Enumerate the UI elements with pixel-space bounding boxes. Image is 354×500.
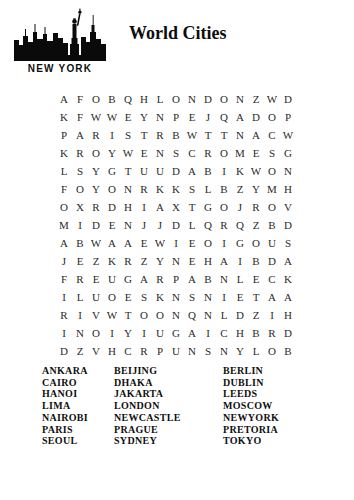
grid-cell-r14c1[interactable]: I: [56, 324, 72, 342]
grid-cell-r14c15[interactable]: D: [280, 324, 296, 342]
page-title: World Cities: [129, 23, 249, 44]
grid-cell-r14c5[interactable]: Y: [120, 324, 136, 342]
word-hanoi: HANOI: [42, 388, 88, 400]
grid-cell-r3c11[interactable]: T: [216, 126, 232, 144]
grid-cell-r10c12[interactable]: I: [232, 252, 248, 270]
word-ankara: ANKARA: [42, 365, 88, 377]
grid-cell-r8c3[interactable]: D: [88, 216, 104, 234]
grid-cell-r8c10[interactable]: Q: [200, 216, 216, 234]
grid-cell-r7c11[interactable]: O: [216, 198, 232, 216]
grid-cell-r10c6[interactable]: Z: [136, 252, 152, 270]
grid-cell-r6c2[interactable]: O: [72, 180, 88, 198]
grid-cell-r7c1[interactable]: O: [56, 198, 72, 216]
word-newcastle: NEWCASTLE: [114, 412, 181, 424]
grid-cell-r10c9[interactable]: E: [184, 252, 200, 270]
grid-cell-r14c8[interactable]: G: [168, 324, 184, 342]
grid-cell-r10c1[interactable]: J: [56, 252, 72, 270]
grid-cell-r10c13[interactable]: B: [248, 252, 264, 270]
grid-cell-r13c4[interactable]: W: [104, 306, 120, 324]
grid-cell-r13c3[interactable]: V: [88, 306, 104, 324]
grid-cell-r8c14[interactable]: B: [264, 216, 280, 234]
grid-cell-r1c7[interactable]: L: [152, 90, 168, 108]
grid-cell-r4c15[interactable]: G: [280, 144, 296, 162]
grid-cell-r11c9[interactable]: A: [184, 270, 200, 288]
grid-cell-r6c5[interactable]: N: [120, 180, 136, 198]
grid-cell-r3c15[interactable]: W: [280, 126, 296, 144]
grid-cell-r8c7[interactable]: J: [152, 216, 168, 234]
worksheet-page: NEW YORK World Cities AFOBQHLONDONZWDKFW…: [0, 0, 354, 500]
grid-cell-r11c6[interactable]: A: [136, 270, 152, 288]
grid-cell-r7c3[interactable]: R: [88, 198, 104, 216]
grid-cell-r3c10[interactable]: T: [200, 126, 216, 144]
grid-cell-r9c14[interactable]: U: [264, 234, 280, 252]
grid-cell-r7c2[interactable]: X: [72, 198, 88, 216]
grid-cell-r8c2[interactable]: I: [72, 216, 88, 234]
word-tokyo: TOKYO: [223, 435, 279, 447]
grid-cell-r8c6[interactable]: J: [136, 216, 152, 234]
grid-cell-r4c1[interactable]: K: [56, 144, 72, 162]
grid-cell-r10c8[interactable]: N: [168, 252, 184, 270]
grid-cell-r5c8[interactable]: D: [168, 162, 184, 180]
grid-cell-r5c10[interactable]: B: [200, 162, 216, 180]
grid-cell-r7c14[interactable]: O: [264, 198, 280, 216]
grid-cell-r9c5[interactable]: A: [120, 234, 136, 252]
grid-cell-r1c15[interactable]: D: [280, 90, 296, 108]
grid-cell-r14c7[interactable]: U: [152, 324, 168, 342]
grid-cell-r11c2[interactable]: R: [72, 270, 88, 288]
grid-cell-r12c14[interactable]: A: [264, 288, 280, 306]
grid-cell-r4c2[interactable]: R: [72, 144, 88, 162]
grid-cell-r14c3[interactable]: O: [88, 324, 104, 342]
grid-cell-r14c11[interactable]: C: [216, 324, 232, 342]
grid-cell-r9c13[interactable]: O: [248, 234, 264, 252]
grid-cell-r13c15[interactable]: H: [280, 306, 296, 324]
grid-cell-r12c13[interactable]: T: [248, 288, 264, 306]
grid-cell-r8c1[interactable]: M: [56, 216, 72, 234]
grid-cell-r13c2[interactable]: I: [72, 306, 88, 324]
grid-cell-r5c9[interactable]: A: [184, 162, 200, 180]
word-list-column-2: BEIJINGDHAKAJAKARTALONDONNEWCASTLEPRAGUE…: [114, 365, 181, 447]
grid-cell-r6c8[interactable]: K: [168, 180, 184, 198]
grid-cell-r3c8[interactable]: B: [168, 126, 184, 144]
grid-cell-r2c7[interactable]: N: [152, 108, 168, 126]
grid-cell-r15c4[interactable]: H: [104, 342, 120, 360]
grid-cell-r1c9[interactable]: N: [184, 90, 200, 108]
grid-cell-r9c2[interactable]: B: [72, 234, 88, 252]
grid-cell-r12c11[interactable]: I: [216, 288, 232, 306]
grid-cell-r2c14[interactable]: O: [264, 108, 280, 126]
grid-cell-r9c4[interactable]: A: [104, 234, 120, 252]
grid-cell-r13c14[interactable]: I: [264, 306, 280, 324]
grid-cell-r11c1[interactable]: F: [56, 270, 72, 288]
word-dublin: DUBLIN: [223, 377, 279, 389]
grid-cell-r8c8[interactable]: D: [168, 216, 184, 234]
grid-cell-r6c15[interactable]: H: [280, 180, 296, 198]
grid-cell-r14c4[interactable]: I: [104, 324, 120, 342]
grid-cell-r11c5[interactable]: G: [120, 270, 136, 288]
word-paris: PARIS: [42, 424, 88, 436]
grid-cell-r7c8[interactable]: X: [168, 198, 184, 216]
grid-cell-r2c1[interactable]: K: [56, 108, 72, 126]
grid-cell-r1c5[interactable]: Q: [120, 90, 136, 108]
grid-cell-r15c8[interactable]: U: [168, 342, 184, 360]
grid-cell-r11c15[interactable]: K: [280, 270, 296, 288]
grid-cell-r1c1[interactable]: A: [56, 90, 72, 108]
grid-cell-r7c7[interactable]: A: [152, 198, 168, 216]
grid-cell-r12c2[interactable]: L: [72, 288, 88, 306]
grid-cell-r11c12[interactable]: L: [232, 270, 248, 288]
grid-cell-r6c12[interactable]: Z: [232, 180, 248, 198]
grid-cell-r2c4[interactable]: W: [104, 108, 120, 126]
grid-cell-r2c12[interactable]: A: [232, 108, 248, 126]
grid-cell-r10c11[interactable]: A: [216, 252, 232, 270]
grid-cell-r11c14[interactable]: C: [264, 270, 280, 288]
grid-cell-r5c5[interactable]: T: [120, 162, 136, 180]
grid-cell-r2c11[interactable]: Q: [216, 108, 232, 126]
grid-cell-r8c13[interactable]: Z: [248, 216, 264, 234]
grid-cell-r10c7[interactable]: Y: [152, 252, 168, 270]
grid-cell-r4c7[interactable]: N: [152, 144, 168, 162]
grid-cell-r5c15[interactable]: N: [280, 162, 296, 180]
grid-cell-r6c11[interactable]: B: [216, 180, 232, 198]
grid-cell-r6c7[interactable]: K: [152, 180, 168, 198]
grid-cell-r2c5[interactable]: E: [120, 108, 136, 126]
grid-cell-r9c1[interactable]: A: [56, 234, 72, 252]
grid-cell-r14c14[interactable]: R: [264, 324, 280, 342]
grid-cell-r6c9[interactable]: S: [184, 180, 200, 198]
grid-cell-r14c13[interactable]: B: [248, 324, 264, 342]
word-cairo: CAIRO: [42, 377, 88, 389]
grid-cell-r8c4[interactable]: E: [104, 216, 120, 234]
grid-cell-r14c12[interactable]: H: [232, 324, 248, 342]
grid-cell-r5c13[interactable]: W: [248, 162, 264, 180]
grid-cell-r14c10[interactable]: I: [200, 324, 216, 342]
grid-cell-r15c13[interactable]: L: [248, 342, 264, 360]
grid-cell-r13c9[interactable]: Q: [184, 306, 200, 324]
grid-cell-r8c11[interactable]: R: [216, 216, 232, 234]
grid-cell-r14c2[interactable]: N: [72, 324, 88, 342]
grid-cell-r5c2[interactable]: S: [72, 162, 88, 180]
grid-cell-r12c1[interactable]: I: [56, 288, 72, 306]
word-berlin: BERLIN: [223, 365, 279, 377]
grid-cell-r3c12[interactable]: N: [232, 126, 248, 144]
grid-cell-r2c8[interactable]: P: [168, 108, 184, 126]
grid-cell-r8c12[interactable]: Q: [232, 216, 248, 234]
grid-cell-r1c8[interactable]: O: [168, 90, 184, 108]
grid-cell-r2c9[interactable]: E: [184, 108, 200, 126]
word-newyork: NEWYORK: [223, 412, 279, 424]
grid-cell-r15c7[interactable]: P: [152, 342, 168, 360]
grid-cell-r13c12[interactable]: D: [232, 306, 248, 324]
grid-cell-r11c3[interactable]: E: [88, 270, 104, 288]
grid-cell-r11c10[interactable]: B: [200, 270, 216, 288]
grid-cell-r7c15[interactable]: V: [280, 198, 296, 216]
grid-cell-r7c5[interactable]: H: [120, 198, 136, 216]
logo-text: NEW YORK: [14, 63, 106, 74]
grid-cell-r9c10[interactable]: O: [200, 234, 216, 252]
grid-cell-r1c12[interactable]: N: [232, 90, 248, 108]
grid-cell-r12c4[interactable]: O: [104, 288, 120, 306]
grid-cell-r12c8[interactable]: N: [168, 288, 184, 306]
grid-cell-r4c13[interactable]: E: [248, 144, 264, 162]
grid-cell-r6c6[interactable]: R: [136, 180, 152, 198]
grid-cell-r10c3[interactable]: Z: [88, 252, 104, 270]
grid-cell-r10c15[interactable]: A: [280, 252, 296, 270]
new-york-logo: NEW YORK: [14, 8, 106, 76]
grid-cell-r13c10[interactable]: N: [200, 306, 216, 324]
grid-cell-r13c11[interactable]: L: [216, 306, 232, 324]
grid-cell-r12c12[interactable]: E: [232, 288, 248, 306]
grid-cell-r9c9[interactable]: E: [184, 234, 200, 252]
grid-cell-r7c12[interactable]: J: [232, 198, 248, 216]
grid-cell-r10c10[interactable]: H: [200, 252, 216, 270]
grid-cell-r2c15[interactable]: P: [280, 108, 296, 126]
grid-cell-r10c4[interactable]: K: [104, 252, 120, 270]
grid-cell-r7c10[interactable]: G: [200, 198, 216, 216]
grid-cell-r14c6[interactable]: I: [136, 324, 152, 342]
grid-cell-r3c7[interactable]: R: [152, 126, 168, 144]
grid-cell-r1c2[interactable]: F: [72, 90, 88, 108]
grid-cell-r4c9[interactable]: C: [184, 144, 200, 162]
grid-cell-r9c12[interactable]: G: [232, 234, 248, 252]
grid-cell-r5c11[interactable]: I: [216, 162, 232, 180]
grid-cell-r11c7[interactable]: R: [152, 270, 168, 288]
grid-cell-r13c13[interactable]: Z: [248, 306, 264, 324]
grid-cell-r3c2[interactable]: A: [72, 126, 88, 144]
grid-cell-r15c6[interactable]: R: [136, 342, 152, 360]
grid-cell-r3c5[interactable]: S: [120, 126, 136, 144]
grid-cell-r12c5[interactable]: E: [120, 288, 136, 306]
grid-cell-r1c11[interactable]: O: [216, 90, 232, 108]
new-york-skyline-icon: [14, 8, 106, 62]
word-leeds: LEEDS: [223, 388, 279, 400]
grid-cell-r12c10[interactable]: N: [200, 288, 216, 306]
grid-cell-r14c9[interactable]: A: [184, 324, 200, 342]
grid-cell-r15c10[interactable]: S: [200, 342, 216, 360]
grid-cell-r3c1[interactable]: P: [56, 126, 72, 144]
grid-cell-r5c1[interactable]: L: [56, 162, 72, 180]
grid-cell-r11c11[interactable]: N: [216, 270, 232, 288]
grid-cell-r1c14[interactable]: W: [264, 90, 280, 108]
grid-cell-r15c12[interactable]: Y: [232, 342, 248, 360]
grid-cell-r3c13[interactable]: A: [248, 126, 264, 144]
word-seoul: SEOUL: [42, 435, 88, 447]
grid-cell-r9c11[interactable]: I: [216, 234, 232, 252]
grid-cell-r2c13[interactable]: D: [248, 108, 264, 126]
word-list-column-3: BERLINDUBLINLEEDSMOSCOWNEWYORKPRETORIATO…: [223, 365, 279, 447]
grid-cell-r6c1[interactable]: F: [56, 180, 72, 198]
grid-cell-r5c12[interactable]: K: [232, 162, 248, 180]
grid-cell-r9c6[interactable]: E: [136, 234, 152, 252]
grid-cell-r6c13[interactable]: Y: [248, 180, 264, 198]
grid-cell-r15c3[interactable]: V: [88, 342, 104, 360]
grid-cell-r15c11[interactable]: N: [216, 342, 232, 360]
grid-cell-r4c14[interactable]: S: [264, 144, 280, 162]
grid-cell-r5c3[interactable]: Y: [88, 162, 104, 180]
grid-cell-r7c13[interactable]: R: [248, 198, 264, 216]
word-beijing: BEIJING: [114, 365, 181, 377]
grid-cell-r12c15[interactable]: A: [280, 288, 296, 306]
grid-cell-r6c10[interactable]: L: [200, 180, 216, 198]
grid-cell-r13c1[interactable]: R: [56, 306, 72, 324]
grid-cell-r4c6[interactable]: E: [136, 144, 152, 162]
grid-cell-r10c5[interactable]: R: [120, 252, 136, 270]
word-moscow: MOSCOW: [223, 400, 279, 412]
grid-cell-r7c6[interactable]: I: [136, 198, 152, 216]
grid-cell-r9c8[interactable]: I: [168, 234, 184, 252]
grid-cell-r1c10[interactable]: D: [200, 90, 216, 108]
grid-cell-r8c9[interactable]: L: [184, 216, 200, 234]
grid-cell-r3c4[interactable]: I: [104, 126, 120, 144]
grid-cell-r12c6[interactable]: S: [136, 288, 152, 306]
grid-cell-r6c14[interactable]: M: [264, 180, 280, 198]
grid-cell-r3c14[interactable]: C: [264, 126, 280, 144]
grid-cell-r15c5[interactable]: C: [120, 342, 136, 360]
grid-cell-r2c10[interactable]: J: [200, 108, 216, 126]
grid-cell-r15c1[interactable]: D: [56, 342, 72, 360]
grid-cell-r2c3[interactable]: W: [88, 108, 104, 126]
word-search-grid: AFOBQHLONDONZWDKFWWEYNPEJQADOPPARISTRBWT…: [56, 90, 296, 360]
grid-cell-r8c5[interactable]: N: [120, 216, 136, 234]
grid-cell-r2c2[interactable]: F: [72, 108, 88, 126]
grid-cell-r5c14[interactable]: O: [264, 162, 280, 180]
grid-cell-r5c6[interactable]: U: [136, 162, 152, 180]
grid-cell-r7c9[interactable]: T: [184, 198, 200, 216]
grid-cell-r1c3[interactable]: O: [88, 90, 104, 108]
grid-cell-r9c3[interactable]: W: [88, 234, 104, 252]
grid-cell-r1c6[interactable]: H: [136, 90, 152, 108]
grid-cell-r12c9[interactable]: S: [184, 288, 200, 306]
word-dhaka: DHAKA: [114, 377, 181, 389]
grid-cell-r5c7[interactable]: U: [152, 162, 168, 180]
grid-cell-r15c2[interactable]: Z: [72, 342, 88, 360]
word-nairobi: NAIROBI: [42, 412, 88, 424]
word-sydney: SYDNEY: [114, 435, 181, 447]
grid-cell-r1c13[interactable]: Z: [248, 90, 264, 108]
grid-cell-r1c4[interactable]: B: [104, 90, 120, 108]
word-jakarta: JAKARTA: [114, 388, 181, 400]
grid-cell-r8c15[interactable]: D: [280, 216, 296, 234]
grid-cell-r2c6[interactable]: Y: [136, 108, 152, 126]
grid-cell-r3c9[interactable]: W: [184, 126, 200, 144]
grid-cell-r7c4[interactable]: D: [104, 198, 120, 216]
grid-cell-r4c4[interactable]: Y: [104, 144, 120, 162]
grid-cell-r13c5[interactable]: T: [120, 306, 136, 324]
grid-cell-r13c7[interactable]: O: [152, 306, 168, 324]
grid-cell-r6c3[interactable]: Y: [88, 180, 104, 198]
grid-cell-r13c6[interactable]: O: [136, 306, 152, 324]
grid-cell-r15c14[interactable]: O: [264, 342, 280, 360]
grid-cell-r4c5[interactable]: W: [120, 144, 136, 162]
grid-cell-r6c4[interactable]: O: [104, 180, 120, 198]
grid-cell-r4c11[interactable]: O: [216, 144, 232, 162]
grid-cell-r5c4[interactable]: G: [104, 162, 120, 180]
grid-cell-r4c10[interactable]: R: [200, 144, 216, 162]
grid-cell-r12c7[interactable]: K: [152, 288, 168, 306]
grid-cell-r3c6[interactable]: T: [136, 126, 152, 144]
word-pretoria: PRETORIA: [223, 424, 279, 436]
grid-cell-r4c8[interactable]: S: [168, 144, 184, 162]
grid-cell-r9c15[interactable]: S: [280, 234, 296, 252]
grid-cell-r4c12[interactable]: M: [232, 144, 248, 162]
grid-cell-r11c8[interactable]: P: [168, 270, 184, 288]
grid-cell-r11c13[interactable]: E: [248, 270, 264, 288]
word-lima: LIMA: [42, 400, 88, 412]
grid-cell-r10c14[interactable]: D: [264, 252, 280, 270]
grid-cell-r4c3[interactable]: O: [88, 144, 104, 162]
grid-cell-r11c4[interactable]: U: [104, 270, 120, 288]
grid-cell-r15c9[interactable]: N: [184, 342, 200, 360]
grid-cell-r10c2[interactable]: E: [72, 252, 88, 270]
grid-cell-r3c3[interactable]: R: [88, 126, 104, 144]
word-london: LONDON: [114, 400, 181, 412]
grid-cell-r12c3[interactable]: U: [88, 288, 104, 306]
grid-cell-r15c15[interactable]: B: [280, 342, 296, 360]
grid-cell-r9c7[interactable]: W: [152, 234, 168, 252]
grid-cell-r13c8[interactable]: N: [168, 306, 184, 324]
word-list-column-1: ANKARACAIROHANOILIMANAIROBIPARISSEOUL: [42, 365, 88, 447]
word-prague: PRAGUE: [114, 424, 181, 436]
